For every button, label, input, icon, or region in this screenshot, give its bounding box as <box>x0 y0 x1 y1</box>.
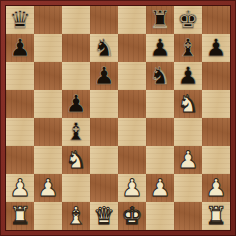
square-f3[interactable] <box>146 146 174 174</box>
piece-white-rook: ♜ <box>9 202 31 230</box>
square-f7[interactable]: ♟ <box>146 34 174 62</box>
square-g7[interactable]: ♝ <box>174 34 202 62</box>
piece-white-pawn: ♟ <box>205 174 227 202</box>
square-e2[interactable]: ♟ <box>118 174 146 202</box>
square-a7[interactable]: ♟ <box>6 34 34 62</box>
square-c2[interactable] <box>62 174 90 202</box>
square-d7[interactable]: ♞ <box>90 34 118 62</box>
piece-black-pawn: ♟ <box>205 34 227 62</box>
square-a8[interactable]: ♛ <box>6 6 34 34</box>
square-e7[interactable] <box>118 34 146 62</box>
square-e1[interactable]: ♚ <box>118 202 146 230</box>
square-a5[interactable] <box>6 90 34 118</box>
square-d6[interactable]: ♟ <box>90 62 118 90</box>
square-b3[interactable] <box>34 146 62 174</box>
square-h8[interactable] <box>202 6 230 34</box>
square-h7[interactable]: ♟ <box>202 34 230 62</box>
square-h4[interactable] <box>202 118 230 146</box>
piece-black-queen: ♛ <box>9 6 31 34</box>
square-g6[interactable]: ♟ <box>174 62 202 90</box>
piece-black-pawn: ♟ <box>9 34 31 62</box>
square-a1[interactable]: ♜ <box>6 202 34 230</box>
square-c4[interactable]: ♝ <box>62 118 90 146</box>
piece-black-bishop: ♝ <box>177 34 199 62</box>
square-h5[interactable] <box>202 90 230 118</box>
square-g5[interactable]: ♞ <box>174 90 202 118</box>
square-c6[interactable] <box>62 62 90 90</box>
piece-white-king: ♚ <box>121 202 143 230</box>
square-c8[interactable] <box>62 6 90 34</box>
piece-black-pawn: ♟ <box>149 34 171 62</box>
square-g3[interactable]: ♟ <box>174 146 202 174</box>
square-f4[interactable] <box>146 118 174 146</box>
square-f5[interactable] <box>146 90 174 118</box>
square-h1[interactable]: ♜ <box>202 202 230 230</box>
piece-white-pawn: ♟ <box>37 174 59 202</box>
piece-white-queen: ♛ <box>93 202 115 230</box>
square-h2[interactable]: ♟ <box>202 174 230 202</box>
piece-white-knight: ♞ <box>65 146 87 174</box>
square-g4[interactable] <box>174 118 202 146</box>
square-d4[interactable] <box>90 118 118 146</box>
square-d3[interactable] <box>90 146 118 174</box>
piece-black-rook: ♜ <box>149 6 171 34</box>
square-f8[interactable]: ♜ <box>146 6 174 34</box>
square-c7[interactable] <box>62 34 90 62</box>
square-c1[interactable]: ♝ <box>62 202 90 230</box>
piece-black-knight: ♞ <box>93 34 115 62</box>
square-g2[interactable] <box>174 174 202 202</box>
square-a3[interactable] <box>6 146 34 174</box>
square-b1[interactable] <box>34 202 62 230</box>
piece-white-pawn: ♟ <box>9 174 31 202</box>
square-e8[interactable] <box>118 6 146 34</box>
square-h6[interactable] <box>202 62 230 90</box>
square-b8[interactable] <box>34 6 62 34</box>
piece-white-pawn: ♟ <box>149 174 171 202</box>
piece-black-king: ♚ <box>177 6 199 34</box>
square-e4[interactable] <box>118 118 146 146</box>
square-e3[interactable] <box>118 146 146 174</box>
square-e6[interactable] <box>118 62 146 90</box>
square-d2[interactable] <box>90 174 118 202</box>
square-a2[interactable]: ♟ <box>6 174 34 202</box>
square-d8[interactable] <box>90 6 118 34</box>
square-g8[interactable]: ♚ <box>174 6 202 34</box>
piece-white-rook: ♜ <box>205 202 227 230</box>
square-b4[interactable] <box>34 118 62 146</box>
square-d5[interactable] <box>90 90 118 118</box>
piece-white-knight: ♞ <box>177 90 199 118</box>
square-f1[interactable] <box>146 202 174 230</box>
square-a4[interactable] <box>6 118 34 146</box>
piece-black-pawn: ♟ <box>177 62 199 90</box>
piece-white-bishop: ♝ <box>65 202 87 230</box>
square-b7[interactable] <box>34 34 62 62</box>
square-b6[interactable] <box>34 62 62 90</box>
piece-white-pawn: ♟ <box>177 146 199 174</box>
square-b5[interactable] <box>34 90 62 118</box>
square-c5[interactable]: ♟ <box>62 90 90 118</box>
board-frame: ♛♜♚♟♞♟♝♟♟♞♟♟♞♝♞♟♟♟♟♟♟♜♝♛♚♜ <box>0 0 236 236</box>
chess-board: ♛♜♚♟♞♟♝♟♟♞♟♟♞♝♞♟♟♟♟♟♟♜♝♛♚♜ <box>6 6 230 230</box>
square-f2[interactable]: ♟ <box>146 174 174 202</box>
square-f6[interactable]: ♞ <box>146 62 174 90</box>
piece-black-knight: ♞ <box>149 62 171 90</box>
square-a6[interactable] <box>6 62 34 90</box>
piece-black-bishop: ♝ <box>65 118 87 146</box>
square-c3[interactable]: ♞ <box>62 146 90 174</box>
piece-white-pawn: ♟ <box>121 174 143 202</box>
piece-black-pawn: ♟ <box>65 90 87 118</box>
piece-black-pawn: ♟ <box>93 62 115 90</box>
square-h3[interactable] <box>202 146 230 174</box>
square-g1[interactable] <box>174 202 202 230</box>
square-b2[interactable]: ♟ <box>34 174 62 202</box>
square-e5[interactable] <box>118 90 146 118</box>
square-d1[interactable]: ♛ <box>90 202 118 230</box>
